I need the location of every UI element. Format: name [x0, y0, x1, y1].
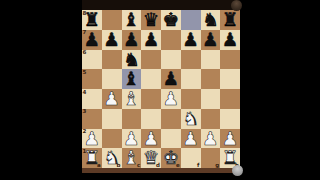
square-a4[interactable]: 4: [82, 89, 102, 109]
black-queen[interactable]: ♛: [143, 10, 160, 30]
white-knight[interactable]: ♞: [182, 108, 199, 128]
black-pawn[interactable]: ♟: [163, 69, 180, 89]
black-rook[interactable]: ♜: [222, 10, 239, 30]
square-a7[interactable]: 7♟: [82, 30, 102, 50]
square-h8[interactable]: ♜: [220, 10, 240, 30]
black-pawn[interactable]: ♟: [182, 29, 199, 49]
square-e4[interactable]: ♟: [161, 89, 181, 109]
square-g4[interactable]: [201, 89, 221, 109]
square-c2[interactable]: ♟: [122, 129, 142, 149]
rank-label-6: 6: [83, 49, 87, 55]
white-pawn[interactable]: ♟: [202, 128, 219, 148]
square-g8[interactable]: ♞: [201, 10, 221, 30]
square-b8[interactable]: [102, 10, 122, 30]
square-e1[interactable]: e♚: [161, 148, 181, 168]
square-h7[interactable]: ♟: [220, 30, 240, 50]
white-king[interactable]: ♚: [163, 148, 180, 168]
black-rook[interactable]: ♜: [84, 10, 101, 30]
square-g1[interactable]: g: [201, 148, 221, 168]
square-f4[interactable]: [181, 89, 201, 109]
square-e6[interactable]: [161, 50, 181, 70]
square-h5[interactable]: [220, 69, 240, 89]
square-h2[interactable]: ♟: [220, 129, 240, 149]
square-b2[interactable]: [102, 129, 122, 149]
square-e7[interactable]: [161, 30, 181, 50]
white-pawn[interactable]: ♟: [123, 128, 140, 148]
white-pawn[interactable]: ♟: [103, 89, 120, 109]
black-king[interactable]: ♚: [163, 10, 180, 30]
square-c3[interactable]: [122, 109, 142, 129]
square-g2[interactable]: ♟: [201, 129, 221, 149]
square-b7[interactable]: ♟: [102, 30, 122, 50]
top-player-indicator-dot: [231, 0, 242, 11]
white-pawn[interactable]: ♟: [143, 128, 160, 148]
black-knight[interactable]: ♞: [123, 49, 140, 69]
white-bishop[interactable]: ♝: [123, 89, 140, 109]
square-d2[interactable]: ♟: [141, 129, 161, 149]
square-e3[interactable]: [161, 109, 181, 129]
square-f6[interactable]: [181, 50, 201, 70]
square-d8[interactable]: ♛: [141, 10, 161, 30]
rank-label-4: 4: [83, 89, 87, 95]
square-f8[interactable]: [181, 10, 201, 30]
chess-app-screen: 8♜♝♛♚♞♜7♟♟♟♟♟♟♟6♞5♝♟4♟♝♟3♞2♟♟♟♟♟♟1a♜b♞c♝…: [0, 0, 320, 180]
square-a8[interactable]: 8♜: [82, 10, 102, 30]
square-d5[interactable]: [141, 69, 161, 89]
white-pawn[interactable]: ♟: [163, 89, 180, 109]
black-knight[interactable]: ♞: [202, 10, 219, 30]
black-pawn[interactable]: ♟: [202, 29, 219, 49]
square-d7[interactable]: ♟: [141, 30, 161, 50]
square-a5[interactable]: 5: [82, 69, 102, 89]
square-g3[interactable]: [201, 109, 221, 129]
square-c7[interactable]: ♟: [122, 30, 142, 50]
white-queen[interactable]: ♛: [143, 148, 160, 168]
square-c4[interactable]: ♝: [122, 89, 142, 109]
square-f2[interactable]: ♟: [181, 129, 201, 149]
square-b4[interactable]: ♟: [102, 89, 122, 109]
square-b5[interactable]: [102, 69, 122, 89]
black-pawn[interactable]: ♟: [103, 29, 120, 49]
square-d6[interactable]: [141, 50, 161, 70]
square-c6[interactable]: ♞: [122, 50, 142, 70]
square-a1[interactable]: 1a♜: [82, 148, 102, 168]
square-h3[interactable]: [220, 109, 240, 129]
black-pawn[interactable]: ♟: [84, 29, 101, 49]
square-d1[interactable]: d♛: [141, 148, 161, 168]
black-pawn[interactable]: ♟: [222, 29, 239, 49]
rank-label-3: 3: [83, 108, 87, 114]
square-g6[interactable]: [201, 50, 221, 70]
square-b1[interactable]: b♞: [102, 148, 122, 168]
square-d3[interactable]: [141, 109, 161, 129]
square-f7[interactable]: ♟: [181, 30, 201, 50]
square-h4[interactable]: [220, 89, 240, 109]
chess-board[interactable]: 8♜♝♛♚♞♜7♟♟♟♟♟♟♟6♞5♝♟4♟♝♟3♞2♟♟♟♟♟♟1a♜b♞c♝…: [82, 10, 240, 168]
square-f5[interactable]: [181, 69, 201, 89]
square-a3[interactable]: 3: [82, 109, 102, 129]
square-f3[interactable]: ♞: [181, 109, 201, 129]
board-frame-bottom: [82, 168, 240, 173]
white-pawn[interactable]: ♟: [222, 128, 239, 148]
white-knight[interactable]: ♞: [103, 148, 120, 168]
bottom-player-indicator-dot: [232, 165, 243, 176]
white-pawn[interactable]: ♟: [84, 128, 101, 148]
white-rook[interactable]: ♜: [84, 148, 101, 168]
square-d4[interactable]: [141, 89, 161, 109]
square-h6[interactable]: [220, 50, 240, 70]
square-e8[interactable]: ♚: [161, 10, 181, 30]
black-pawn[interactable]: ♟: [143, 29, 160, 49]
black-bishop[interactable]: ♝: [123, 10, 140, 30]
black-pawn[interactable]: ♟: [123, 29, 140, 49]
square-c5[interactable]: ♝: [122, 69, 142, 89]
black-bishop[interactable]: ♝: [123, 69, 140, 89]
square-a6[interactable]: 6: [82, 50, 102, 70]
square-e5[interactable]: ♟: [161, 69, 181, 89]
square-b3[interactable]: [102, 109, 122, 129]
square-e2[interactable]: [161, 129, 181, 149]
square-b6[interactable]: [102, 50, 122, 70]
white-pawn[interactable]: ♟: [182, 128, 199, 148]
square-a2[interactable]: 2♟: [82, 129, 102, 149]
square-g7[interactable]: ♟: [201, 30, 221, 50]
square-c1[interactable]: c♝: [122, 148, 142, 168]
square-g5[interactable]: [201, 69, 221, 89]
square-f1[interactable]: f: [181, 148, 201, 168]
rank-label-5: 5: [83, 69, 87, 75]
square-c8[interactable]: ♝: [122, 10, 142, 30]
white-bishop[interactable]: ♝: [123, 148, 140, 168]
